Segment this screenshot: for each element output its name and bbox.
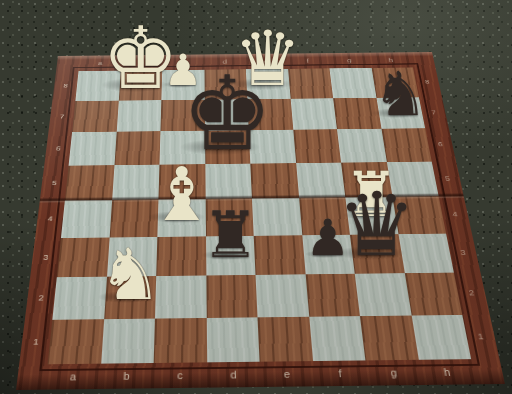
piece-white-knight-b2[interactable]: ♞ — [95, 239, 166, 310]
piece-black-king-d6[interactable]: ♚ — [176, 63, 278, 165]
piece-black-rook-d3[interactable]: ♜ — [198, 203, 262, 267]
piece-black-pawn-f3[interactable]: ♟ — [303, 213, 353, 263]
piece-black-knight-h7[interactable]: ♞ — [370, 63, 431, 124]
pieces-layer: ♚♟♛♞♚♝♜♜♟♛♞ — [0, 0, 512, 394]
chessboard-photo-scene: aabbccddeeffgghh1122334455667788 ♚♟♛♞♚♝♜… — [0, 0, 512, 394]
